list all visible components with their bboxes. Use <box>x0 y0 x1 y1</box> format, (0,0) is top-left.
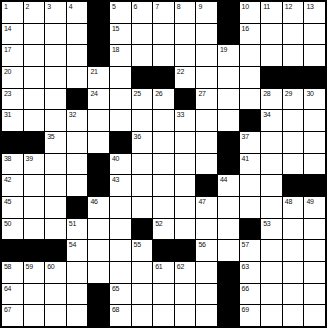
block-cell-r4c14 <box>283 67 304 88</box>
cell-r12c12[interactable]: 57 <box>240 240 261 261</box>
clue-number-32: 32 <box>69 110 76 119</box>
clue-number-46: 46 <box>90 197 97 206</box>
clue-number-24: 24 <box>90 89 97 98</box>
cell-r8c8[interactable] <box>153 154 174 175</box>
cell-r13c10[interactable] <box>196 262 217 283</box>
cell-r5c13[interactable]: 28 <box>261 89 282 110</box>
cell-r6c8[interactable] <box>153 110 174 131</box>
clue-number-22: 22 <box>177 67 184 76</box>
cell-r8c15[interactable] <box>304 154 325 175</box>
block-cell-r10c4 <box>67 197 88 218</box>
cell-r11c8[interactable]: 52 <box>153 219 174 240</box>
clue-number-62: 62 <box>177 262 184 271</box>
cell-r6c2[interactable] <box>24 110 45 131</box>
clue-number-43: 43 <box>112 175 119 184</box>
cell-r9c8[interactable] <box>153 175 174 196</box>
clue-number-3: 3 <box>47 2 51 11</box>
cell-r14c13[interactable] <box>261 284 282 305</box>
clue-number-1: 1 <box>4 2 8 11</box>
cell-r9c12[interactable] <box>240 175 261 196</box>
cell-r8c4[interactable] <box>67 154 88 175</box>
cell-r11c9[interactable] <box>175 219 196 240</box>
cell-r15c3[interactable] <box>45 305 66 326</box>
cell-r10c9[interactable] <box>175 197 196 218</box>
cell-r1c2[interactable]: 2 <box>24 2 45 23</box>
cell-r2c15[interactable] <box>304 24 325 45</box>
clue-number-56: 56 <box>198 240 205 249</box>
block-cell-r8c11 <box>218 154 239 175</box>
cell-r3c12[interactable] <box>240 45 261 66</box>
cell-r13c13[interactable] <box>261 262 282 283</box>
clue-number-45: 45 <box>4 197 11 206</box>
cell-r3c6[interactable]: 18 <box>110 45 131 66</box>
cell-r8c2[interactable]: 39 <box>24 154 45 175</box>
cell-r4c1[interactable]: 20 <box>2 67 23 88</box>
cell-r8c14[interactable] <box>283 154 304 175</box>
clue-number-44: 44 <box>220 175 227 184</box>
cell-r4c2[interactable] <box>24 67 45 88</box>
cell-r10c1[interactable]: 45 <box>2 197 23 218</box>
cell-r15c12[interactable]: 69 <box>240 305 261 326</box>
cell-r4c12[interactable] <box>240 67 261 88</box>
clue-number-25: 25 <box>134 89 141 98</box>
cell-r13c2[interactable]: 59 <box>24 262 45 283</box>
block-cell-r7c2 <box>24 132 45 153</box>
block-cell-r4c8 <box>153 67 174 88</box>
cell-r12c7[interactable]: 55 <box>132 240 153 261</box>
block-cell-r1c11 <box>218 2 239 23</box>
block-cell-r4c7 <box>132 67 153 88</box>
block-cell-r14c11 <box>218 284 239 305</box>
clue-number-9: 9 <box>198 2 202 11</box>
clue-number-69: 69 <box>242 305 249 314</box>
cell-r7c13[interactable] <box>261 132 282 153</box>
clue-number-6: 6 <box>134 2 138 11</box>
clue-number-2: 2 <box>26 2 30 11</box>
clue-number-34: 34 <box>263 110 270 119</box>
cell-r12c10[interactable]: 56 <box>196 240 217 261</box>
cell-r7c3[interactable]: 35 <box>45 132 66 153</box>
block-cell-r15c11 <box>218 305 239 326</box>
clue-number-10: 10 <box>242 2 249 11</box>
cell-r12c11[interactable] <box>218 240 239 261</box>
block-cell-r7c1 <box>2 132 23 153</box>
cell-r2c12[interactable]: 16 <box>240 24 261 45</box>
cell-r6c15[interactable] <box>304 110 325 131</box>
cell-r13c9[interactable]: 62 <box>175 262 196 283</box>
block-cell-r5c4 <box>67 89 88 110</box>
cell-r10c7[interactable] <box>132 197 153 218</box>
block-cell-r9c15 <box>304 175 325 196</box>
cell-r7c14[interactable] <box>283 132 304 153</box>
cell-r2c9[interactable] <box>175 24 196 45</box>
cell-r10c6[interactable] <box>110 197 131 218</box>
cell-r14c6[interactable]: 65 <box>110 284 131 305</box>
clue-number-54: 54 <box>69 240 76 249</box>
block-cell-r11c7 <box>132 219 153 240</box>
block-cell-r3c5 <box>88 45 109 66</box>
cell-r15c14[interactable] <box>283 305 304 326</box>
cell-r12c6[interactable] <box>110 240 131 261</box>
cell-r11c1[interactable]: 50 <box>2 219 23 240</box>
cell-r2c13[interactable] <box>261 24 282 45</box>
clue-number-27: 27 <box>198 89 205 98</box>
block-cell-r9c10 <box>196 175 217 196</box>
clue-number-15: 15 <box>112 24 119 33</box>
clue-number-8: 8 <box>177 2 181 11</box>
cell-r9c3[interactable] <box>45 175 66 196</box>
cell-r10c12[interactable] <box>240 197 261 218</box>
cell-r7c10[interactable] <box>196 132 217 153</box>
cell-r3c14[interactable] <box>283 45 304 66</box>
cell-r14c8[interactable] <box>153 284 174 305</box>
cell-r10c3[interactable] <box>45 197 66 218</box>
cell-r5c8[interactable]: 26 <box>153 89 174 110</box>
clue-number-53: 53 <box>263 219 270 228</box>
cell-r13c14[interactable] <box>283 262 304 283</box>
clue-number-40: 40 <box>112 154 119 163</box>
cell-r5c10[interactable]: 27 <box>196 89 217 110</box>
block-cell-r14c5 <box>88 284 109 305</box>
cell-r14c2[interactable] <box>24 284 45 305</box>
cell-r8c1[interactable]: 38 <box>2 154 23 175</box>
cell-r5c2[interactable] <box>24 89 45 110</box>
cell-r1c8[interactable]: 7 <box>153 2 174 23</box>
cell-r15c4[interactable] <box>67 305 88 326</box>
cell-r8c9[interactable] <box>175 154 196 175</box>
cell-r15c15[interactable] <box>304 305 325 326</box>
cell-r14c3[interactable] <box>45 284 66 305</box>
cell-r11c11[interactable] <box>218 219 239 240</box>
block-cell-r12c2 <box>24 240 45 261</box>
cell-r2c14[interactable] <box>283 24 304 45</box>
clue-number-4: 4 <box>69 2 73 11</box>
cell-r7c5[interactable] <box>88 132 109 153</box>
cell-r2c4[interactable] <box>67 24 88 45</box>
cell-r1c13[interactable]: 11 <box>261 2 282 23</box>
clue-number-41: 41 <box>242 154 249 163</box>
cell-r12c15[interactable] <box>304 240 325 261</box>
cell-r4c9[interactable]: 22 <box>175 67 196 88</box>
block-cell-r8c5 <box>88 154 109 175</box>
cell-r1c14[interactable]: 12 <box>283 2 304 23</box>
cell-r10c10[interactable]: 47 <box>196 197 217 218</box>
cell-r9c6[interactable]: 43 <box>110 175 131 196</box>
clue-number-66: 66 <box>242 284 249 293</box>
clue-number-51: 51 <box>69 219 76 228</box>
cell-r11c5[interactable] <box>88 219 109 240</box>
clue-number-28: 28 <box>263 89 270 98</box>
cell-r8c3[interactable] <box>45 154 66 175</box>
block-cell-r12c8 <box>153 240 174 261</box>
cell-r6c1[interactable]: 31 <box>2 110 23 131</box>
cell-r15c7[interactable] <box>132 305 153 326</box>
clue-number-68: 68 <box>112 305 119 314</box>
block-cell-r2c5 <box>88 24 109 45</box>
cell-r11c2[interactable] <box>24 219 45 240</box>
cell-r4c6[interactable] <box>110 67 131 88</box>
cell-r10c14[interactable]: 48 <box>283 197 304 218</box>
cell-r10c8[interactable] <box>153 197 174 218</box>
cell-r5c7[interactable]: 25 <box>132 89 153 110</box>
clue-number-65: 65 <box>112 284 119 293</box>
block-cell-r12c9 <box>175 240 196 261</box>
clue-number-42: 42 <box>4 175 11 184</box>
clue-number-48: 48 <box>285 197 292 206</box>
cell-r11c4[interactable]: 51 <box>67 219 88 240</box>
clue-number-30: 30 <box>306 89 313 98</box>
clue-number-12: 12 <box>285 2 292 11</box>
cell-r7c4[interactable] <box>67 132 88 153</box>
block-cell-r9c5 <box>88 175 109 196</box>
cell-r5c12[interactable] <box>240 89 261 110</box>
block-cell-r12c1 <box>2 240 23 261</box>
cell-r10c2[interactable] <box>24 197 45 218</box>
cell-r8c10[interactable] <box>196 154 217 175</box>
block-cell-r5c9 <box>175 89 196 110</box>
cell-r4c5[interactable]: 21 <box>88 67 109 88</box>
cell-r3c8[interactable] <box>153 45 174 66</box>
cell-r12c14[interactable] <box>283 240 304 261</box>
cell-r5c5[interactable]: 24 <box>88 89 109 110</box>
block-cell-r7c11 <box>218 132 239 153</box>
cell-r9c4[interactable] <box>67 175 88 196</box>
cell-r12c5[interactable] <box>88 240 109 261</box>
cell-r5c6[interactable] <box>110 89 131 110</box>
block-cell-r6c12 <box>240 110 261 131</box>
cell-r3c7[interactable] <box>132 45 153 66</box>
clue-number-16: 16 <box>242 24 249 33</box>
cell-r6c3[interactable] <box>45 110 66 131</box>
clue-number-55: 55 <box>134 240 141 249</box>
clue-number-49: 49 <box>306 197 313 206</box>
cell-r9c1[interactable]: 42 <box>2 175 23 196</box>
cell-r15c6[interactable]: 68 <box>110 305 131 326</box>
cell-r14c15[interactable] <box>304 284 325 305</box>
cell-r3c4[interactable] <box>67 45 88 66</box>
clue-number-61: 61 <box>155 262 162 271</box>
clue-number-57: 57 <box>242 240 249 249</box>
block-cell-r4c13 <box>261 67 282 88</box>
cell-r7c8[interactable] <box>153 132 174 153</box>
block-cell-r4c15 <box>304 67 325 88</box>
cell-r10c11[interactable] <box>218 197 239 218</box>
cell-r3c15[interactable] <box>304 45 325 66</box>
cell-r9c9[interactable] <box>175 175 196 196</box>
cell-r1c1[interactable]: 1 <box>2 2 23 23</box>
cell-r13c4[interactable] <box>67 262 88 283</box>
clue-number-26: 26 <box>155 89 162 98</box>
clue-number-11: 11 <box>263 2 270 11</box>
cell-r1c6[interactable]: 5 <box>110 2 131 23</box>
cell-r12c4[interactable]: 54 <box>67 240 88 261</box>
cell-r6c11[interactable] <box>218 110 239 131</box>
block-cell-r13c11 <box>218 262 239 283</box>
cell-r2c2[interactable] <box>24 24 45 45</box>
clue-number-31: 31 <box>4 110 11 119</box>
cell-r11c3[interactable] <box>45 219 66 240</box>
cell-r11c13[interactable]: 53 <box>261 219 282 240</box>
block-cell-r9c14 <box>283 175 304 196</box>
cell-r11c10[interactable] <box>196 219 217 240</box>
block-cell-r15c5 <box>88 305 109 326</box>
cell-r1c3[interactable]: 3 <box>45 2 66 23</box>
cell-r10c5[interactable]: 46 <box>88 197 109 218</box>
clue-number-29: 29 <box>285 89 292 98</box>
cell-r13c6[interactable] <box>110 262 131 283</box>
cell-r1c9[interactable]: 8 <box>175 2 196 23</box>
cell-r11c14[interactable] <box>283 219 304 240</box>
clue-number-59: 59 <box>26 262 33 271</box>
cell-r4c3[interactable] <box>45 67 66 88</box>
cell-r7c12[interactable]: 37 <box>240 132 261 153</box>
cell-r7c15[interactable] <box>304 132 325 153</box>
clue-number-36: 36 <box>134 132 141 141</box>
cell-r8c12[interactable]: 41 <box>240 154 261 175</box>
cell-r9c13[interactable] <box>261 175 282 196</box>
cell-r1c15[interactable]: 13 <box>304 2 325 23</box>
cell-r7c7[interactable]: 36 <box>132 132 153 153</box>
cell-r13c7[interactable] <box>132 262 153 283</box>
block-cell-r7c6 <box>110 132 131 153</box>
crossword-board: 1234567891011121314151617181920212223242… <box>0 0 327 328</box>
block-cell-r1c5 <box>88 2 109 23</box>
block-cell-r2c11 <box>218 24 239 45</box>
cell-r3c2[interactable] <box>24 45 45 66</box>
cell-r2c3[interactable] <box>45 24 66 45</box>
cell-r6c9[interactable]: 33 <box>175 110 196 131</box>
clue-number-17: 17 <box>4 45 11 54</box>
cell-r6c13[interactable]: 34 <box>261 110 282 131</box>
cell-r5c11[interactable] <box>218 89 239 110</box>
clue-number-58: 58 <box>4 262 11 271</box>
cell-r6c14[interactable] <box>283 110 304 131</box>
clue-number-60: 60 <box>47 262 54 271</box>
block-cell-r12c3 <box>45 240 66 261</box>
block-cell-r11c12 <box>240 219 261 240</box>
cell-r3c9[interactable] <box>175 45 196 66</box>
clue-number-50: 50 <box>4 219 11 228</box>
clue-number-47: 47 <box>198 197 205 206</box>
cell-r3c13[interactable] <box>261 45 282 66</box>
cell-r6c5[interactable] <box>88 110 109 131</box>
cell-r1c7[interactable]: 6 <box>132 2 153 23</box>
clue-number-33: 33 <box>177 110 184 119</box>
cell-r15c1[interactable]: 67 <box>2 305 23 326</box>
clue-number-18: 18 <box>112 45 119 54</box>
cell-r2c1[interactable]: 14 <box>2 24 23 45</box>
cell-r10c15[interactable]: 49 <box>304 197 325 218</box>
cell-r14c9[interactable] <box>175 284 196 305</box>
clue-number-14: 14 <box>4 24 11 33</box>
cell-r7c9[interactable] <box>175 132 196 153</box>
cell-r12c13[interactable] <box>261 240 282 261</box>
cell-r3c10[interactable] <box>196 45 217 66</box>
cell-r5c14[interactable]: 29 <box>283 89 304 110</box>
cell-r14c4[interactable] <box>67 284 88 305</box>
clue-number-64: 64 <box>4 284 11 293</box>
cell-r5c15[interactable]: 30 <box>304 89 325 110</box>
clue-number-21: 21 <box>90 67 97 76</box>
clue-number-63: 63 <box>242 262 249 271</box>
cell-r10c13[interactable] <box>261 197 282 218</box>
cell-r3c3[interactable] <box>45 45 66 66</box>
cell-r8c7[interactable] <box>132 154 153 175</box>
cell-r8c13[interactable] <box>261 154 282 175</box>
cell-r1c10[interactable]: 9 <box>196 2 217 23</box>
cell-r6c4[interactable]: 32 <box>67 110 88 131</box>
clue-number-13: 13 <box>306 2 313 11</box>
cell-r9c7[interactable] <box>132 175 153 196</box>
clue-number-38: 38 <box>4 154 11 163</box>
cell-r13c3[interactable]: 60 <box>45 262 66 283</box>
cell-r2c10[interactable] <box>196 24 217 45</box>
cell-r13c15[interactable] <box>304 262 325 283</box>
cell-r4c11[interactable] <box>218 67 239 88</box>
cell-r4c10[interactable] <box>196 67 217 88</box>
cell-r5c1[interactable]: 23 <box>2 89 23 110</box>
cell-r11c15[interactable] <box>304 219 325 240</box>
cell-r14c12[interactable]: 66 <box>240 284 261 305</box>
cell-r1c12[interactable]: 10 <box>240 2 261 23</box>
cell-r13c5[interactable] <box>88 262 109 283</box>
clue-number-52: 52 <box>155 219 162 228</box>
cell-r5c3[interactable] <box>45 89 66 110</box>
cell-r2c8[interactable] <box>153 24 174 45</box>
cell-r15c2[interactable] <box>24 305 45 326</box>
cell-r4c4[interactable] <box>67 67 88 88</box>
cell-r14c7[interactable] <box>132 284 153 305</box>
cell-r13c12[interactable]: 63 <box>240 262 261 283</box>
cell-r6c7[interactable] <box>132 110 153 131</box>
cell-r2c7[interactable] <box>132 24 153 45</box>
clue-number-35: 35 <box>47 132 54 141</box>
cell-r6c6[interactable] <box>110 110 131 131</box>
cell-r6c10[interactable] <box>196 110 217 131</box>
clue-number-23: 23 <box>4 89 11 98</box>
cell-r9c11[interactable]: 44 <box>218 175 239 196</box>
clue-number-67: 67 <box>4 305 11 314</box>
clue-number-37: 37 <box>242 132 249 141</box>
cell-r15c10[interactable] <box>196 305 217 326</box>
cell-r15c13[interactable] <box>261 305 282 326</box>
clue-number-7: 7 <box>155 2 159 11</box>
cell-r13c8[interactable]: 61 <box>153 262 174 283</box>
cell-r3c1[interactable]: 17 <box>2 45 23 66</box>
cell-r14c10[interactable] <box>196 284 217 305</box>
cell-r15c8[interactable] <box>153 305 174 326</box>
cell-r15c9[interactable] <box>175 305 196 326</box>
cell-r9c2[interactable] <box>24 175 45 196</box>
clue-number-5: 5 <box>112 2 116 11</box>
cell-r2c6[interactable]: 15 <box>110 24 131 45</box>
cell-r13c1[interactable]: 58 <box>2 262 23 283</box>
cell-r8c6[interactable]: 40 <box>110 154 131 175</box>
clue-number-19: 19 <box>220 45 227 54</box>
clue-number-39: 39 <box>26 154 33 163</box>
cell-r3c11[interactable]: 19 <box>218 45 239 66</box>
clue-number-20: 20 <box>4 67 11 76</box>
cell-r14c1[interactable]: 64 <box>2 284 23 305</box>
cell-r1c4[interactable]: 4 <box>67 2 88 23</box>
cell-r14c14[interactable] <box>283 284 304 305</box>
cell-r11c6[interactable] <box>110 219 131 240</box>
